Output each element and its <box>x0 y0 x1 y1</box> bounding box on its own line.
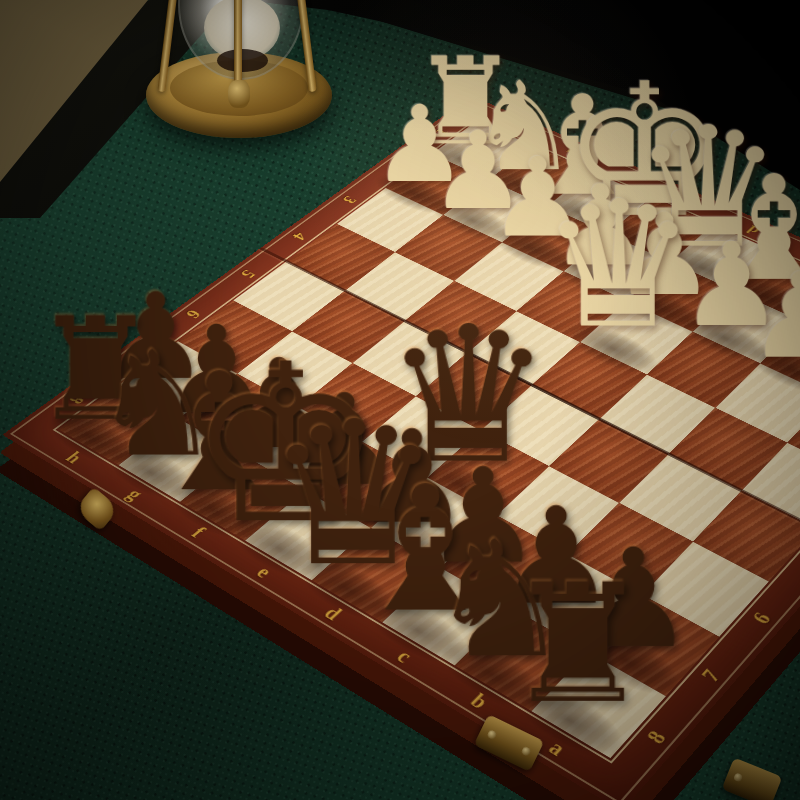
hourglass-knob <box>228 80 250 108</box>
white-pawn-glyph: ♟ <box>770 289 800 409</box>
hinge-screw <box>521 746 532 757</box>
hourglass-bulb-rim <box>217 49 268 72</box>
photo-scene: ♜♞♝♛♚♝♞♜♟♟♟♟♟♟♟♟♛♛♟♟♟♟♟♟♟♟♜♞♝♛♚♝♞♜ 11hh2… <box>0 0 800 800</box>
hinge-screw <box>733 772 743 782</box>
piece-white-queen-d3: ♛ <box>580 301 692 374</box>
black-rook-glyph: ♜ <box>457 563 698 727</box>
hourglass <box>140 0 340 164</box>
hinge-screw <box>487 729 498 740</box>
